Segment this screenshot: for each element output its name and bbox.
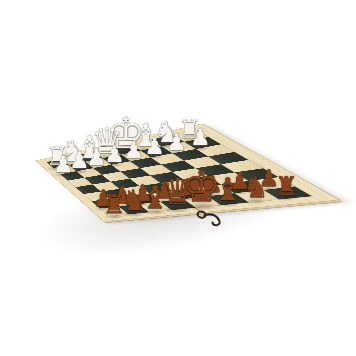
hinge-icon <box>110 143 116 145</box>
hinge-icon <box>101 145 107 147</box>
chess-set-photo: ♜♞♝♛♚♝♞♜♟♟♟♟♟♟♟♟♟♟♟♟♟♟♟♟♜♞♝♛♚♝♞♜ <box>0 0 356 356</box>
board-grid <box>47 130 312 216</box>
